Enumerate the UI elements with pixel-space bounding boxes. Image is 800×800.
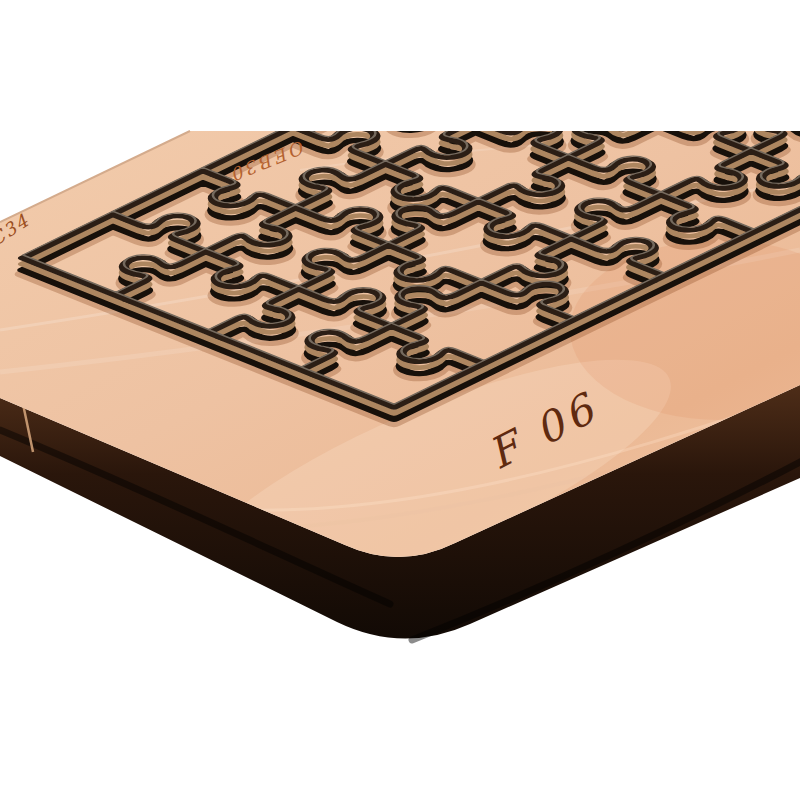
puzzle-die-photo: OEB30 F 06 016 7C34 [0, 0, 800, 800]
scene-svg: OEB30 F 06 016 7C34 [0, 0, 800, 800]
